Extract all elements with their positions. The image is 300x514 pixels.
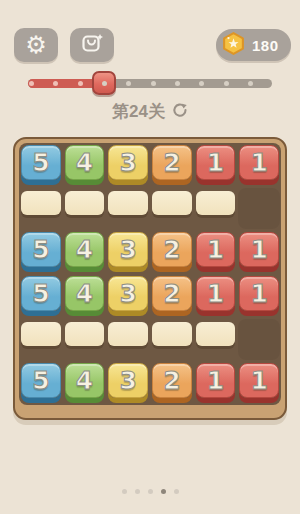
level-row: 第24关 bbox=[0, 100, 300, 123]
cell-r3c2: 4 bbox=[63, 230, 107, 274]
tile-4[interactable]: 4 bbox=[65, 145, 105, 180]
tile-number: 4 bbox=[76, 237, 93, 262]
cell-r4c3: 3 bbox=[106, 274, 150, 318]
tile-number: 2 bbox=[163, 281, 180, 306]
tile-4[interactable]: 4 bbox=[65, 363, 105, 398]
cell-r2c2 bbox=[63, 187, 107, 231]
shop-bag-icon bbox=[79, 30, 105, 60]
page-dot-4 bbox=[161, 489, 166, 494]
tile-number: 3 bbox=[119, 368, 136, 393]
cell-r3c1: 5 bbox=[19, 230, 63, 274]
progress-stop-5 bbox=[126, 81, 131, 86]
tile-1[interactable]: 1 bbox=[196, 276, 236, 311]
gear-icon: ⚙ bbox=[25, 33, 47, 57]
cell-r3c6: 1 bbox=[237, 230, 281, 274]
cell-r1c3: 3 bbox=[106, 143, 150, 187]
tile-number: 3 bbox=[119, 281, 136, 306]
tile-1[interactable]: 1 bbox=[196, 363, 236, 398]
tile-1[interactable]: 1 bbox=[239, 145, 279, 180]
page-dot-3 bbox=[148, 489, 153, 494]
tile-number: 3 bbox=[119, 150, 136, 175]
cell-r5c2 bbox=[63, 318, 107, 362]
page-dot-1 bbox=[122, 489, 127, 494]
empty-slot bbox=[152, 191, 192, 215]
page-dot-5 bbox=[174, 489, 179, 494]
page-dot-2 bbox=[135, 489, 140, 494]
refresh-icon[interactable] bbox=[172, 102, 188, 122]
cell-r3c4: 2 bbox=[150, 230, 194, 274]
progress-stop-3 bbox=[78, 81, 83, 86]
tile-2[interactable]: 2 bbox=[152, 232, 192, 267]
cell-r4c5: 1 bbox=[194, 274, 238, 318]
tile-5[interactable]: 5 bbox=[21, 276, 61, 311]
tile-3[interactable]: 3 bbox=[108, 145, 148, 180]
cell-r3c5: 1 bbox=[194, 230, 238, 274]
empty-slot bbox=[65, 322, 105, 346]
empty-slot bbox=[196, 191, 236, 215]
tile-number: 4 bbox=[76, 150, 93, 175]
cell-r2c3 bbox=[106, 187, 150, 231]
cell-r4c4: 2 bbox=[150, 274, 194, 318]
tile-number: 1 bbox=[207, 150, 224, 175]
settings-button[interactable]: ⚙ bbox=[14, 28, 58, 62]
tile-5[interactable]: 5 bbox=[21, 145, 61, 180]
hole-cell bbox=[238, 188, 280, 230]
cell-r5c4 bbox=[150, 318, 194, 362]
cell-r1c4: 2 bbox=[150, 143, 194, 187]
cell-r1c5: 1 bbox=[194, 143, 238, 187]
tile-number: 1 bbox=[207, 368, 224, 393]
cell-r6c2: 4 bbox=[63, 361, 107, 405]
tile-number: 1 bbox=[250, 281, 267, 306]
progress-stop-7 bbox=[175, 81, 180, 86]
cell-r6c4: 2 bbox=[150, 361, 194, 405]
shop-button[interactable] bbox=[70, 28, 114, 62]
tile-3[interactable]: 3 bbox=[108, 232, 148, 267]
tile-number: 1 bbox=[250, 150, 267, 175]
tile-3[interactable]: 3 bbox=[108, 276, 148, 311]
progress-stop-6 bbox=[151, 81, 156, 86]
board-interior: 543211543211543211543211 bbox=[19, 143, 281, 405]
progress-stop-4 bbox=[102, 81, 107, 86]
tile-number: 3 bbox=[119, 237, 136, 262]
tile-number: 4 bbox=[76, 281, 93, 306]
progress-stop-9 bbox=[224, 81, 229, 86]
tile-4[interactable]: 4 bbox=[65, 276, 105, 311]
tile-number: 2 bbox=[163, 237, 180, 262]
cell-r2c6 bbox=[237, 187, 281, 231]
tile-1[interactable]: 1 bbox=[239, 363, 279, 398]
tile-2[interactable]: 2 bbox=[152, 145, 192, 180]
tile-2[interactable]: 2 bbox=[152, 363, 192, 398]
cell-r5c1 bbox=[19, 318, 63, 362]
level-progress-track bbox=[28, 79, 272, 88]
cell-r5c6 bbox=[237, 318, 281, 362]
tile-1[interactable]: 1 bbox=[239, 276, 279, 311]
cell-r1c2: 4 bbox=[63, 143, 107, 187]
page-indicator bbox=[0, 489, 300, 494]
cell-r6c1: 5 bbox=[19, 361, 63, 405]
cell-r1c6: 1 bbox=[237, 143, 281, 187]
tile-number: 5 bbox=[32, 281, 49, 306]
cell-r4c2: 4 bbox=[63, 274, 107, 318]
board-grid: 543211543211543211543211 bbox=[19, 143, 281, 405]
cell-r4c1: 5 bbox=[19, 274, 63, 318]
tile-number: 4 bbox=[76, 368, 93, 393]
tile-number: 1 bbox=[207, 237, 224, 262]
cell-r6c3: 3 bbox=[106, 361, 150, 405]
cell-r6c6: 1 bbox=[237, 361, 281, 405]
empty-slot bbox=[21, 191, 61, 215]
tile-5[interactable]: 5 bbox=[21, 363, 61, 398]
empty-slot bbox=[21, 322, 61, 346]
tile-number: 2 bbox=[163, 150, 180, 175]
empty-slot bbox=[108, 322, 148, 346]
tile-number: 1 bbox=[250, 368, 267, 393]
progress-stop-8 bbox=[199, 81, 204, 86]
tile-number: 5 bbox=[32, 237, 49, 262]
tile-number: 5 bbox=[32, 368, 49, 393]
cell-r6c5: 1 bbox=[194, 361, 238, 405]
cell-r5c3 bbox=[106, 318, 150, 362]
coin-amount: 180 bbox=[252, 37, 279, 54]
tile-number: 5 bbox=[32, 150, 49, 175]
cell-r2c4 bbox=[150, 187, 194, 231]
progress-stop-1 bbox=[29, 81, 34, 86]
tile-4[interactable]: 4 bbox=[65, 232, 105, 267]
tile-3[interactable]: 3 bbox=[108, 363, 148, 398]
progress-stop-10 bbox=[248, 81, 253, 86]
coin-counter[interactable]: 180 bbox=[216, 29, 291, 61]
cell-r5c5 bbox=[194, 318, 238, 362]
tile-number: 2 bbox=[163, 368, 180, 393]
tile-1[interactable]: 1 bbox=[239, 232, 279, 267]
cell-r4c6: 1 bbox=[237, 274, 281, 318]
empty-slot bbox=[65, 191, 105, 215]
tile-5[interactable]: 5 bbox=[21, 232, 61, 267]
tile-1[interactable]: 1 bbox=[196, 145, 236, 180]
cell-r2c1 bbox=[19, 187, 63, 231]
cell-r1c1: 5 bbox=[19, 143, 63, 187]
level-title: 第24关 bbox=[112, 100, 165, 123]
hole-cell bbox=[238, 319, 280, 361]
game-board: 543211543211543211543211 bbox=[13, 137, 287, 420]
tile-2[interactable]: 2 bbox=[152, 276, 192, 311]
coin-hexagon-star-icon bbox=[221, 31, 246, 60]
tile-number: 1 bbox=[250, 237, 267, 262]
cell-r3c3: 3 bbox=[106, 230, 150, 274]
empty-slot bbox=[108, 191, 148, 215]
cell-r2c5 bbox=[194, 187, 238, 231]
tile-number: 1 bbox=[207, 281, 224, 306]
empty-slot bbox=[196, 322, 236, 346]
empty-slot bbox=[152, 322, 192, 346]
tile-1[interactable]: 1 bbox=[196, 232, 236, 267]
